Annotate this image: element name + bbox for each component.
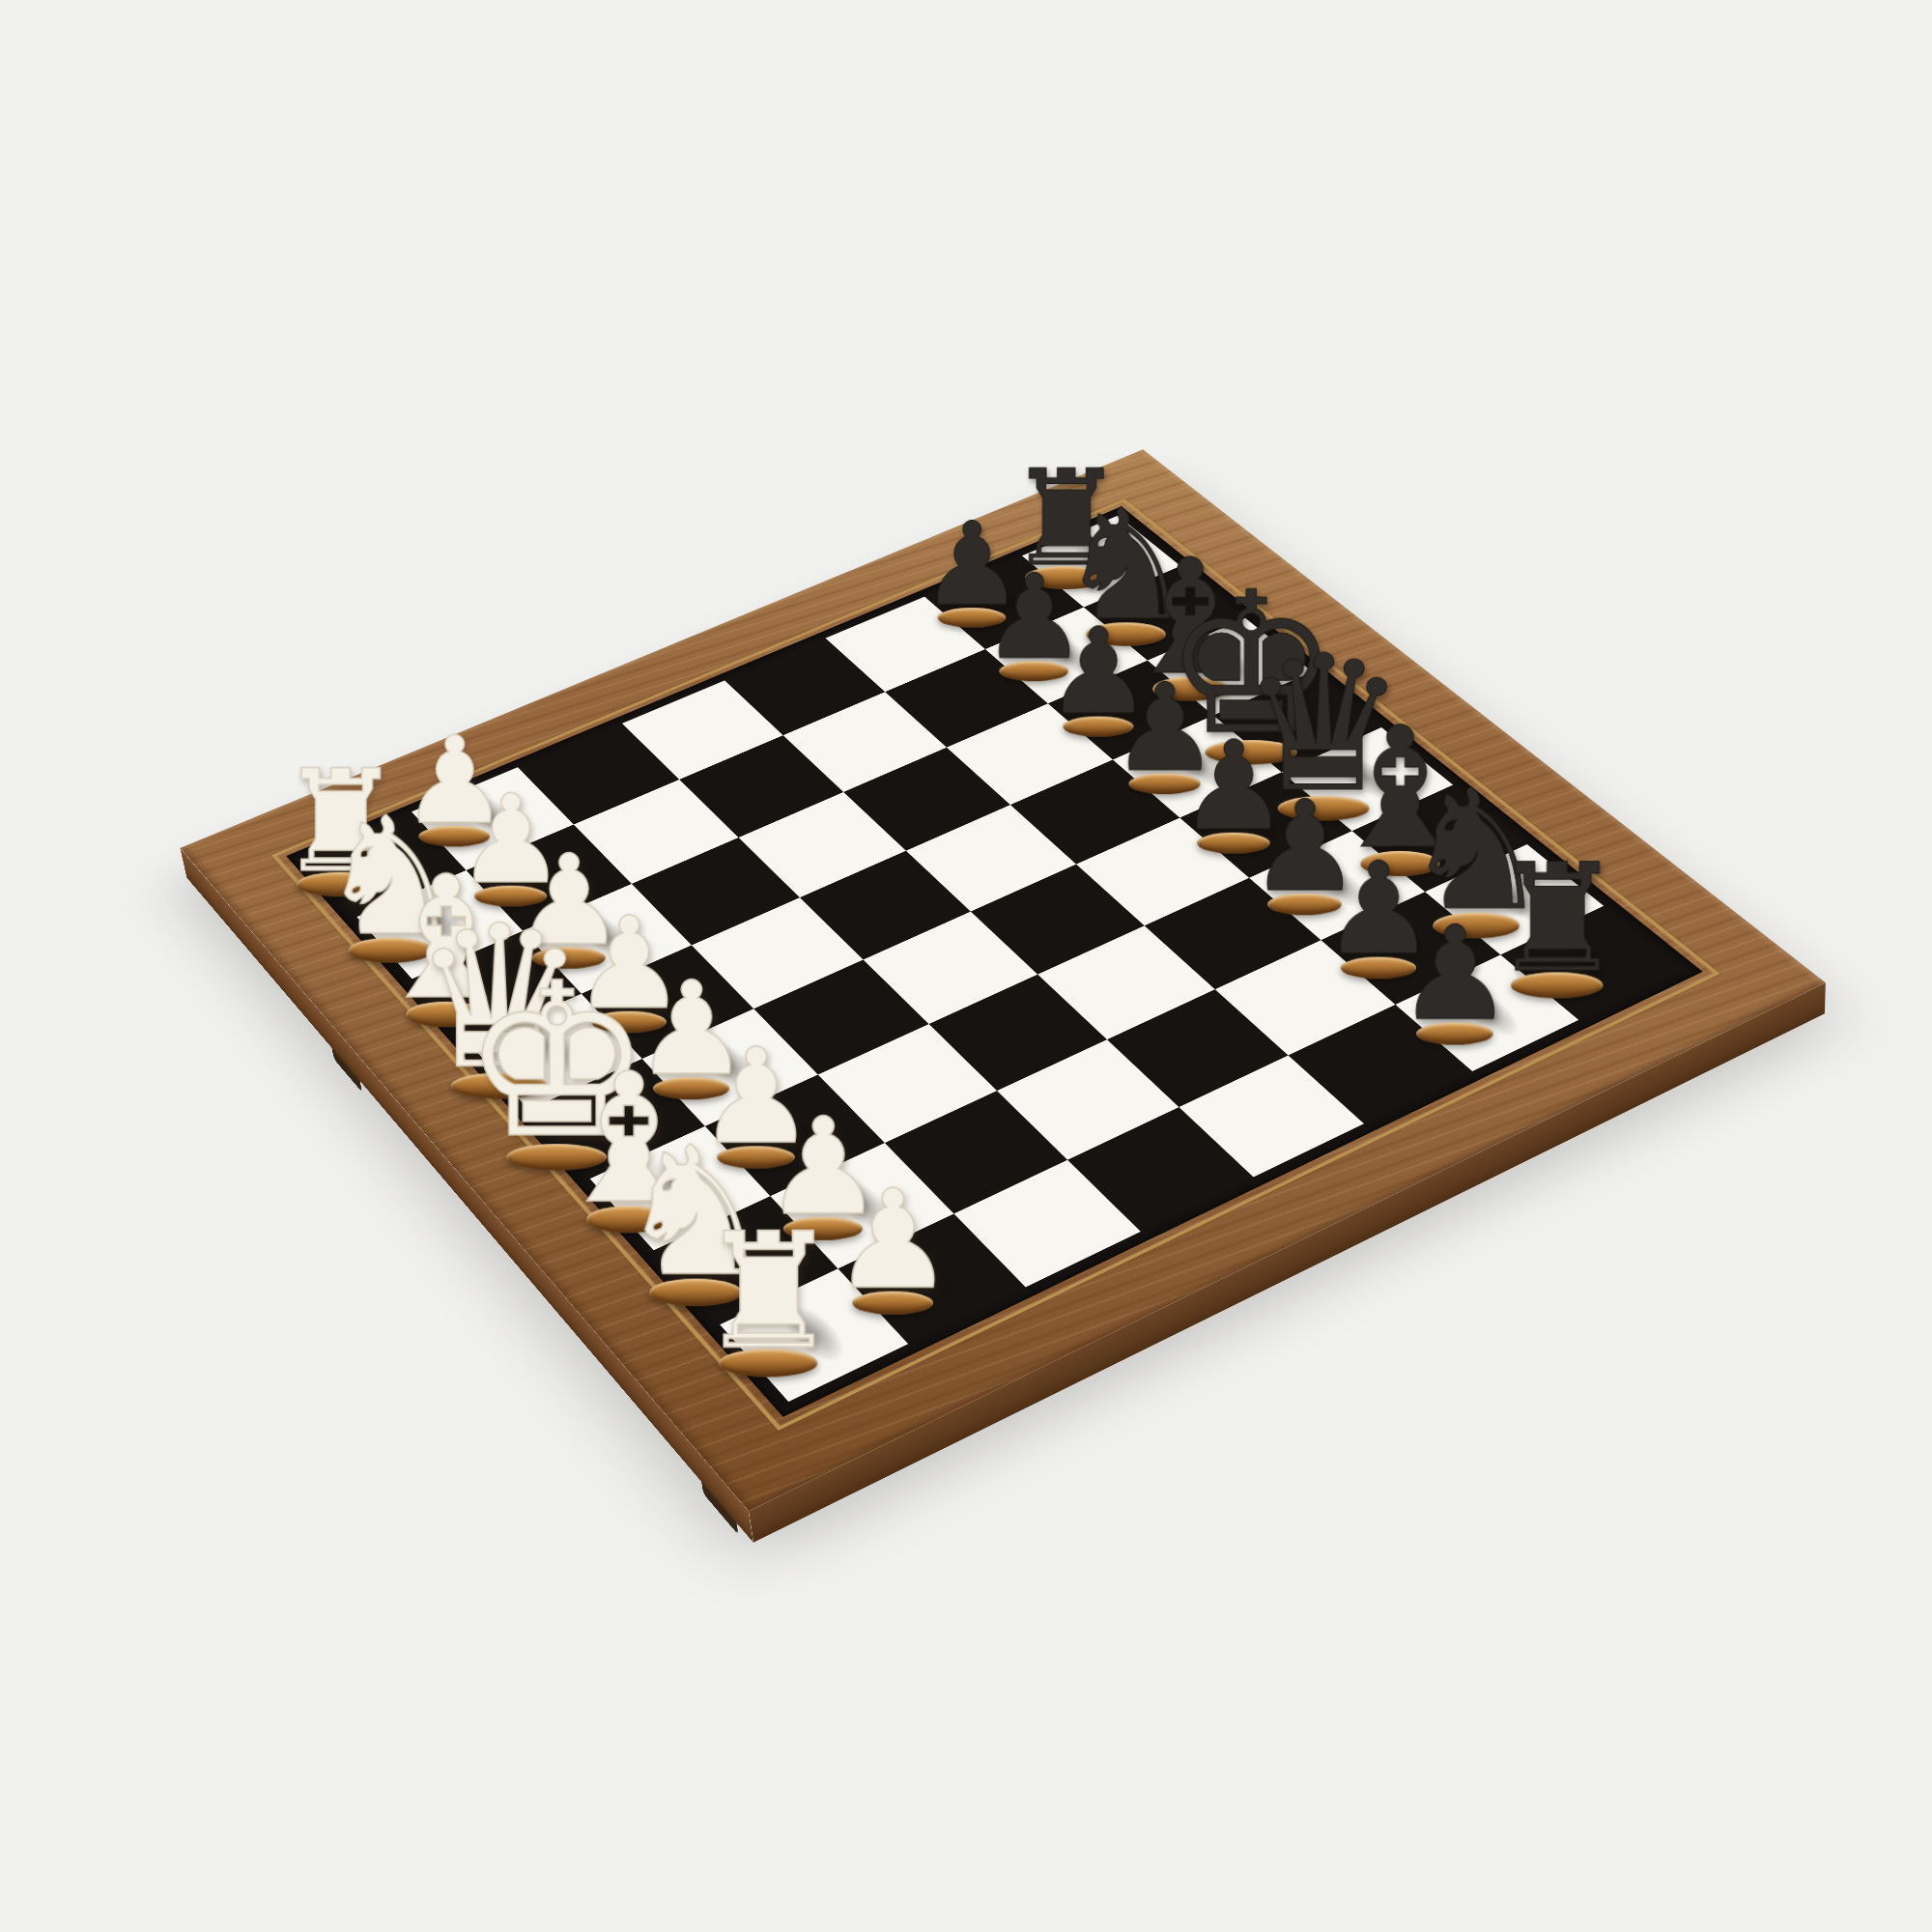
black-pawn-glyph: ♟ xyxy=(1397,914,1513,1033)
white-pawn-glyph: ♟ xyxy=(832,1178,953,1303)
white-rook-glyph: ♜ xyxy=(697,1219,840,1366)
piece-figure: ♟ xyxy=(832,1178,953,1315)
piece-figure: ♜ xyxy=(697,1219,840,1378)
brass-base-ring xyxy=(1416,1022,1493,1044)
chess-board: ♜♞♝♚♛♝♞♜♟♟♟♟♟♟♟♟♟♟♟♟♟♟♟♟♜♞♝♛♚♝♞♜ xyxy=(180,449,1825,1511)
brass-base-ring xyxy=(852,1291,933,1314)
product-photo-scene: ♜♞♝♚♛♝♞♜♟♟♟♟♟♟♟♟♟♟♟♟♟♟♟♟♜♞♝♛♚♝♞♜ xyxy=(0,0,1932,1932)
piece-figure: ♟ xyxy=(1397,914,1513,1044)
